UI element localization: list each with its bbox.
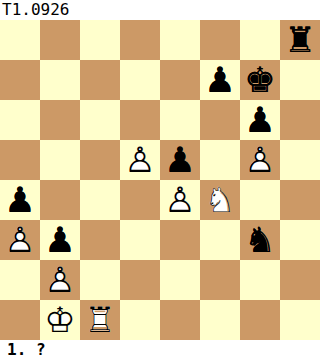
black-pawn-outline: ♟ [40, 220, 80, 260]
square-f5[interactable] [200, 140, 240, 180]
black-pawn: ♟♟ [40, 220, 80, 260]
square-h6[interactable] [280, 100, 320, 140]
square-h8[interactable]: ♜♜ [280, 20, 320, 60]
square-g2[interactable] [240, 260, 280, 300]
square-c2[interactable] [80, 260, 120, 300]
square-e3[interactable] [160, 220, 200, 260]
black-pawn: ♟♟ [0, 180, 40, 220]
black-pawn: ♟♟ [200, 60, 240, 100]
square-h3[interactable] [280, 220, 320, 260]
square-e6[interactable] [160, 100, 200, 140]
square-a7[interactable] [0, 60, 40, 100]
black-king-outline: ♚ [240, 60, 280, 100]
white-pawn-outline: ♙ [40, 260, 80, 300]
square-b4[interactable] [40, 180, 80, 220]
black-pawn-outline: ♟ [160, 140, 200, 180]
square-h4[interactable] [280, 180, 320, 220]
black-pawn-outline: ♟ [0, 180, 40, 220]
square-c7[interactable] [80, 60, 120, 100]
square-b3[interactable]: ♟♟ [40, 220, 80, 260]
white-pawn-outline: ♙ [240, 140, 280, 180]
square-c8[interactable] [80, 20, 120, 60]
white-pawn-outline: ♙ [160, 180, 200, 220]
square-c3[interactable] [80, 220, 120, 260]
white-pawn: ♟♙ [240, 140, 280, 180]
square-f7[interactable]: ♟♟ [200, 60, 240, 100]
square-g5[interactable]: ♟♙ [240, 140, 280, 180]
square-g7[interactable]: ♚♚ [240, 60, 280, 100]
square-a4[interactable]: ♟♟ [0, 180, 40, 220]
black-knight: ♞♞ [240, 220, 280, 260]
white-pawn: ♟♙ [120, 140, 160, 180]
square-c5[interactable] [80, 140, 120, 180]
square-e8[interactable] [160, 20, 200, 60]
square-f4[interactable]: ♞♘ [200, 180, 240, 220]
square-d3[interactable] [120, 220, 160, 260]
square-e1[interactable] [160, 300, 200, 340]
square-b7[interactable] [40, 60, 80, 100]
square-h5[interactable] [280, 140, 320, 180]
square-b5[interactable] [40, 140, 80, 180]
black-king: ♚♚ [240, 60, 280, 100]
square-c1[interactable]: ♜♖ [80, 300, 120, 340]
square-d4[interactable] [120, 180, 160, 220]
square-a8[interactable] [0, 20, 40, 60]
black-pawn: ♟♟ [240, 100, 280, 140]
white-rook-outline: ♖ [80, 300, 120, 340]
white-king: ♚♔ [40, 300, 80, 340]
white-knight-outline: ♘ [200, 180, 240, 220]
white-knight: ♞♘ [200, 180, 240, 220]
square-a5[interactable] [0, 140, 40, 180]
chess-board: ♜♜♟♟♚♚♟♟♟♙♟♟♟♙♟♟♟♙♞♘♟♙♟♟♞♞♟♙♚♔♜♖ [0, 20, 320, 340]
square-d6[interactable] [120, 100, 160, 140]
square-g4[interactable] [240, 180, 280, 220]
square-b8[interactable] [40, 20, 80, 60]
square-e5[interactable]: ♟♟ [160, 140, 200, 180]
black-knight-outline: ♞ [240, 220, 280, 260]
square-e7[interactable] [160, 60, 200, 100]
white-king-outline: ♔ [40, 300, 80, 340]
black-pawn: ♟♟ [160, 140, 200, 180]
square-a2[interactable] [0, 260, 40, 300]
black-pawn-outline: ♟ [200, 60, 240, 100]
square-f2[interactable] [200, 260, 240, 300]
white-pawn: ♟♙ [0, 220, 40, 260]
square-h1[interactable] [280, 300, 320, 340]
square-f8[interactable] [200, 20, 240, 60]
square-a6[interactable] [0, 100, 40, 140]
square-c4[interactable] [80, 180, 120, 220]
black-rook-outline: ♜ [280, 20, 320, 60]
black-pawn-outline: ♟ [240, 100, 280, 140]
square-d7[interactable] [120, 60, 160, 100]
square-d2[interactable] [120, 260, 160, 300]
square-g6[interactable]: ♟♟ [240, 100, 280, 140]
white-rook: ♜♖ [80, 300, 120, 340]
square-a3[interactable]: ♟♙ [0, 220, 40, 260]
black-rook: ♜♜ [280, 20, 320, 60]
square-f3[interactable] [200, 220, 240, 260]
square-h2[interactable] [280, 260, 320, 300]
white-pawn-outline: ♙ [0, 220, 40, 260]
square-g1[interactable] [240, 300, 280, 340]
square-h7[interactable] [280, 60, 320, 100]
footer-bar: 1. ? [0, 340, 320, 360]
diagram-title: T1.0926 [0, 0, 69, 20]
square-c6[interactable] [80, 100, 120, 140]
white-pawn-outline: ♙ [120, 140, 160, 180]
square-e4[interactable]: ♟♙ [160, 180, 200, 220]
square-d8[interactable] [120, 20, 160, 60]
square-d5[interactable]: ♟♙ [120, 140, 160, 180]
square-f6[interactable] [200, 100, 240, 140]
square-e2[interactable] [160, 260, 200, 300]
square-d1[interactable] [120, 300, 160, 340]
square-g3[interactable]: ♞♞ [240, 220, 280, 260]
square-b2[interactable]: ♟♙ [40, 260, 80, 300]
white-pawn: ♟♙ [160, 180, 200, 220]
square-b1[interactable]: ♚♔ [40, 300, 80, 340]
square-f1[interactable] [200, 300, 240, 340]
header-bar: T1.0926 [0, 0, 320, 20]
square-g8[interactable] [240, 20, 280, 60]
square-b6[interactable] [40, 100, 80, 140]
square-a1[interactable] [0, 300, 40, 340]
move-prompt: 1. ? [0, 340, 46, 360]
white-pawn: ♟♙ [40, 260, 80, 300]
